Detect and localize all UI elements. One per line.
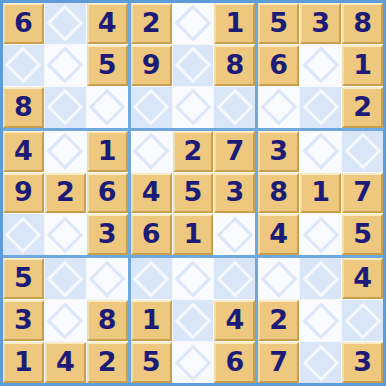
diamond-outline-icon (302, 47, 339, 84)
given-digit: 3 (269, 137, 288, 164)
cell-r1c7: 5 (258, 3, 299, 44)
cell-r1c3: 4 (87, 3, 128, 44)
given-digit: 8 (98, 306, 117, 333)
given-digit: 1 (142, 306, 161, 333)
diamond-outline-icon (175, 5, 212, 42)
cell-r3c9: 2 (342, 87, 383, 128)
cell-r6c5: 1 (173, 214, 214, 255)
given-digit: 5 (184, 178, 203, 205)
cell-r9c1: 1 (3, 342, 44, 383)
given-digit: 1 (184, 220, 203, 247)
cell-r7c9: 4 (342, 258, 383, 299)
diamond-outline-icon (302, 302, 339, 339)
cell-r8c8[interactable] (300, 300, 341, 341)
diamond-outline-icon (133, 133, 170, 170)
given-digit: 3 (14, 306, 33, 333)
cell-r9c6: 6 (214, 342, 255, 383)
given-digit: 5 (353, 220, 372, 247)
cell-r7c2[interactable] (45, 258, 86, 299)
diamond-outline-icon (260, 260, 297, 297)
cell-r4c5: 2 (173, 131, 214, 172)
given-digit: 6 (98, 178, 117, 205)
given-digit: 9 (142, 51, 161, 78)
cell-r1c4: 2 (131, 3, 172, 44)
given-digit: 1 (225, 9, 244, 36)
cell-r2c1[interactable] (3, 45, 44, 86)
cell-r9c9: 3 (342, 342, 383, 383)
cell-r8c1: 3 (3, 300, 44, 341)
cell-r4c1: 4 (3, 131, 44, 172)
cell-r3c3[interactable] (87, 87, 128, 128)
given-digit: 8 (225, 51, 244, 78)
cell-r5c6: 3 (214, 173, 255, 214)
diamond-outline-icon (133, 260, 170, 297)
cell-r9c7: 7 (258, 342, 299, 383)
cell-r3c8[interactable] (300, 87, 341, 128)
diamond-outline-icon (302, 89, 339, 126)
cell-r1c1: 6 (3, 3, 44, 44)
cell-r4c2[interactable] (45, 131, 86, 172)
cell-r4c4[interactable] (131, 131, 172, 172)
given-digit: 2 (142, 9, 161, 36)
diamond-outline-icon (175, 302, 212, 339)
given-digit: 7 (225, 137, 244, 164)
cell-r5c7: 8 (258, 173, 299, 214)
cell-r6c9: 5 (342, 214, 383, 255)
cell-r5c4: 4 (131, 173, 172, 214)
cell-r1c6: 1 (214, 3, 255, 44)
given-digit: 4 (98, 9, 117, 36)
given-digit: 2 (184, 137, 203, 164)
cell-r9c5[interactable] (173, 342, 214, 383)
cell-r4c7: 3 (258, 131, 299, 172)
cell-r2c9: 1 (342, 45, 383, 86)
cell-r4c3: 1 (87, 131, 128, 172)
cell-r7c7[interactable] (258, 258, 299, 299)
diamond-outline-icon (175, 89, 212, 126)
diamond-outline-icon (344, 302, 381, 339)
given-digit: 5 (142, 348, 161, 375)
given-digit: 4 (225, 306, 244, 333)
diamond-outline-icon (302, 260, 339, 297)
block-9: 4273 (258, 258, 383, 383)
given-digit: 2 (98, 348, 117, 375)
cell-r2c8[interactable] (300, 45, 341, 86)
cell-r6c3: 3 (87, 214, 128, 255)
diamond-outline-icon (5, 216, 42, 253)
given-digit: 1 (311, 178, 330, 205)
block-2: 2198 (131, 3, 256, 128)
diamond-outline-icon (47, 89, 84, 126)
diamond-outline-icon (47, 5, 84, 42)
cell-r6c6[interactable] (214, 214, 255, 255)
cell-r2c5[interactable] (173, 45, 214, 86)
given-digit: 4 (56, 348, 75, 375)
cell-r3c1: 8 (3, 87, 44, 128)
diamond-outline-icon (216, 216, 253, 253)
cell-r8c5[interactable] (173, 300, 214, 341)
diamond-outline-icon (133, 89, 170, 126)
cell-r8c7: 2 (258, 300, 299, 341)
cell-r2c2[interactable] (45, 45, 86, 86)
given-digit: 4 (142, 178, 161, 205)
cell-r1c9: 8 (342, 3, 383, 44)
cell-r2c4: 9 (131, 45, 172, 86)
cell-r3c7[interactable] (258, 87, 299, 128)
block-3: 538612 (258, 3, 383, 128)
diamond-outline-icon (47, 47, 84, 84)
given-digit: 8 (14, 93, 33, 120)
cell-r5c3: 6 (87, 173, 128, 214)
cell-r6c7: 4 (258, 214, 299, 255)
cell-r4c6: 7 (214, 131, 255, 172)
cell-r4c8[interactable] (300, 131, 341, 172)
block-4: 419263 (3, 131, 128, 256)
given-digit: 3 (353, 348, 372, 375)
given-digit: 1 (353, 51, 372, 78)
block-8: 1456 (131, 258, 256, 383)
cell-r5c2: 2 (45, 173, 86, 214)
cell-r3c2[interactable] (45, 87, 86, 128)
diamond-outline-icon (47, 133, 84, 170)
block-1: 6458 (3, 3, 128, 128)
given-digit: 3 (225, 178, 244, 205)
diamond-outline-icon (175, 344, 212, 381)
cell-r3c4[interactable] (131, 87, 172, 128)
given-digit: 1 (14, 348, 33, 375)
given-digit: 5 (269, 9, 288, 36)
given-digit: 2 (353, 93, 372, 120)
cell-r2c3: 5 (87, 45, 128, 86)
diamond-outline-icon (175, 47, 212, 84)
cell-r1c5[interactable] (173, 3, 214, 44)
given-digit: 3 (98, 220, 117, 247)
given-digit: 4 (353, 264, 372, 291)
given-digit: 7 (353, 178, 372, 205)
given-digit: 8 (353, 9, 372, 36)
block-6: 381745 (258, 131, 383, 256)
diamond-outline-icon (216, 89, 253, 126)
cell-r7c6[interactable] (214, 258, 255, 299)
diamond-outline-icon (344, 133, 381, 170)
cell-r3c6[interactable] (214, 87, 255, 128)
diamond-outline-icon (302, 344, 339, 381)
given-digit: 6 (225, 348, 244, 375)
cell-r5c8: 1 (300, 173, 341, 214)
cell-r9c3: 2 (87, 342, 128, 383)
given-digit: 8 (269, 178, 288, 205)
cell-r5c9: 7 (342, 173, 383, 214)
cell-r6c2[interactable] (45, 214, 86, 255)
diamond-outline-icon (175, 260, 212, 297)
cell-r4c9[interactable] (342, 131, 383, 172)
given-digit: 6 (269, 51, 288, 78)
cell-r7c5[interactable] (173, 258, 214, 299)
given-digit: 6 (142, 220, 161, 247)
cell-r5c1: 9 (3, 173, 44, 214)
cell-r8c9[interactable] (342, 300, 383, 341)
cell-r2c7: 6 (258, 45, 299, 86)
given-digit: 7 (269, 348, 288, 375)
given-digit: 2 (269, 306, 288, 333)
given-digit: 2 (56, 178, 75, 205)
cell-r6c8[interactable] (300, 214, 341, 255)
given-digit: 5 (14, 264, 33, 291)
diamond-outline-icon (302, 216, 339, 253)
cell-r7c8[interactable] (300, 258, 341, 299)
diamond-outline-icon (216, 260, 253, 297)
diamond-outline-icon (47, 216, 84, 253)
block-5: 2745361 (131, 131, 256, 256)
sudoku-board: 6458219853861241926327453613817455381421… (0, 0, 386, 386)
given-digit: 4 (14, 137, 33, 164)
cell-r2c6: 8 (214, 45, 255, 86)
cell-r9c2: 4 (45, 342, 86, 383)
cell-r1c2[interactable] (45, 3, 86, 44)
block-7: 538142 (3, 258, 128, 383)
given-digit: 5 (98, 51, 117, 78)
cell-r6c4: 6 (131, 214, 172, 255)
diamond-outline-icon (302, 133, 339, 170)
cell-r3c5[interactable] (173, 87, 214, 128)
cell-r5c5: 5 (173, 173, 214, 214)
given-digit: 1 (98, 137, 117, 164)
cell-r7c1: 5 (3, 258, 44, 299)
diamond-outline-icon (47, 302, 84, 339)
diamond-outline-icon (5, 47, 42, 84)
given-digit: 3 (311, 9, 330, 36)
cell-r6c1[interactable] (3, 214, 44, 255)
cell-r9c8[interactable] (300, 342, 341, 383)
diamond-outline-icon (260, 89, 297, 126)
cell-r7c4[interactable] (131, 258, 172, 299)
given-digit: 6 (14, 9, 33, 36)
cell-r8c4: 1 (131, 300, 172, 341)
cell-r8c3: 8 (87, 300, 128, 341)
cell-r8c2[interactable] (45, 300, 86, 341)
given-digit: 9 (14, 178, 33, 205)
diamond-outline-icon (89, 89, 126, 126)
diamond-outline-icon (89, 260, 126, 297)
diamond-outline-icon (47, 260, 84, 297)
cell-r1c8: 3 (300, 3, 341, 44)
cell-r7c3[interactable] (87, 258, 128, 299)
given-digit: 4 (269, 220, 288, 247)
cell-r8c6: 4 (214, 300, 255, 341)
cell-r9c4: 5 (131, 342, 172, 383)
